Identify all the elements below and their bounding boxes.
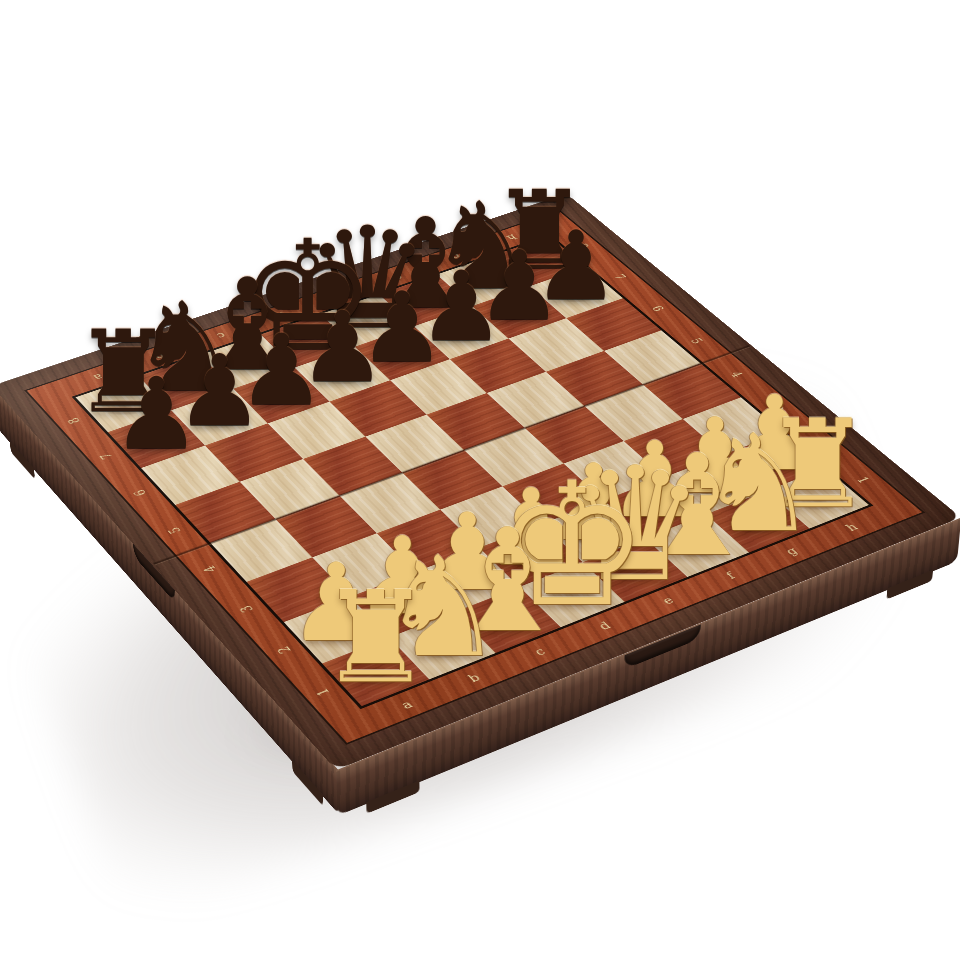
square-f2	[604, 477, 706, 538]
file-label-near-b: b	[465, 672, 482, 685]
square-a5	[175, 482, 275, 543]
file-label-near-e: e	[660, 595, 677, 607]
rank-label-left-4: 4	[200, 564, 219, 574]
square-h1	[766, 468, 869, 528]
square-e1	[583, 538, 688, 602]
perspective-wrapper: aa11bb22cc33dd44ee55ff66gg77hh88	[0, 0, 960, 960]
square-a4	[210, 519, 312, 582]
square-c4	[339, 473, 440, 534]
square-a2	[284, 597, 389, 664]
square-d2	[479, 524, 583, 587]
square-a3	[247, 557, 351, 622]
board-foot	[366, 780, 419, 813]
board-foot	[10, 441, 35, 479]
square-b4	[275, 496, 376, 558]
board-top-face: aa11bb22cc33dd44ee55ff66gg77hh88	[0, 193, 960, 770]
square-b2	[350, 572, 455, 637]
square-g2	[664, 455, 766, 515]
file-label-near-f: f	[723, 570, 737, 581]
square-a6	[141, 446, 240, 505]
square-c1	[455, 587, 561, 653]
square-b3	[312, 533, 415, 597]
file-label-near-a: a	[398, 698, 415, 711]
square-f1	[645, 514, 749, 577]
file-label-near-h: h	[843, 522, 860, 533]
rank-label-left-5: 5	[165, 525, 184, 535]
rank-label-left-6: 6	[131, 488, 150, 498]
square-g1	[706, 491, 809, 553]
square-b5	[240, 459, 340, 519]
board-foot	[886, 570, 933, 600]
file-label-near-d: d	[596, 620, 613, 632]
square-c3	[377, 510, 479, 572]
square-b1	[389, 612, 496, 679]
rank-label-right-1: 1	[854, 475, 872, 485]
square-c2	[415, 548, 519, 612]
square-d1	[519, 562, 624, 627]
board-foot	[292, 760, 323, 806]
square-d4	[402, 450, 502, 510]
square-e2	[542, 500, 645, 562]
file-label-near-c: c	[532, 646, 548, 658]
rank-label-left-3: 3	[237, 604, 256, 615]
product-photo-scene: aa11bb22cc33dd44ee55ff66gg77hh88 ♜♞♝♚♛♝♞…	[0, 0, 960, 960]
rank-label-left-7: 7	[97, 451, 115, 460]
file-label-near-g: g	[783, 545, 800, 557]
rank-label-left-2: 2	[274, 644, 294, 655]
chessboard: aa11bb22cc33dd44ee55ff66gg77hh88	[0, 193, 960, 770]
square-a1	[322, 637, 429, 706]
square-d3	[440, 486, 542, 547]
square-e3	[502, 464, 603, 524]
rank-label-left-1: 1	[313, 686, 333, 697]
